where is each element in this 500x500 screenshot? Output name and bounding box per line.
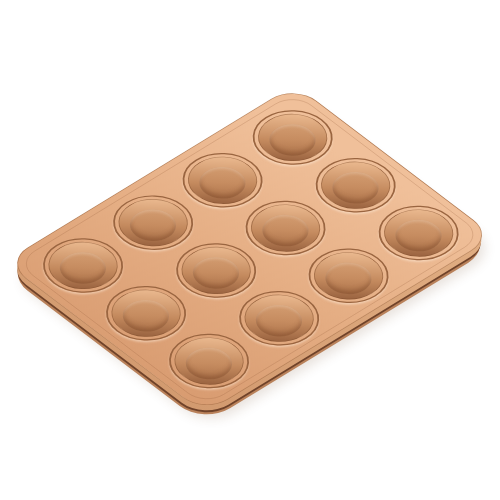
- cup-bottom: [316, 256, 381, 300]
- cup-cavity: [174, 147, 272, 214]
- cup-bottom: [120, 203, 185, 247]
- cup-cavity: [167, 237, 265, 304]
- cup-cavity: [300, 242, 398, 309]
- cup-cavity: [244, 104, 342, 171]
- cup-bottom: [386, 213, 451, 257]
- cup-cavity: [104, 189, 202, 256]
- cup-bottom: [246, 299, 311, 343]
- cup-cavity: [97, 280, 195, 347]
- cup-cavity: [34, 232, 132, 299]
- pan-top-surface: [4, 84, 495, 414]
- cup-bottom: [50, 246, 115, 290]
- cup-cavity: [307, 152, 405, 219]
- cup-cavity: [160, 328, 258, 395]
- cup-bottom: [176, 341, 241, 385]
- product-photo-canvas: [0, 0, 500, 500]
- cup-cavity: [237, 195, 335, 262]
- cup-bottom: [183, 251, 248, 295]
- cup-bottom: [260, 118, 325, 162]
- cup-cavity: [230, 285, 328, 352]
- cup-bottom: [113, 294, 178, 338]
- cup-bottom: [323, 166, 388, 210]
- cup-bottom: [253, 208, 318, 252]
- cup-bottom: [190, 161, 255, 205]
- cup-cavity: [370, 200, 468, 267]
- muffin-pan: [4, 84, 495, 414]
